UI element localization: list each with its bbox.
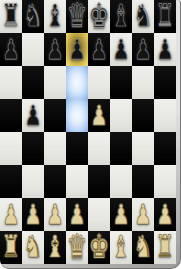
square-e2[interactable]: [88, 198, 110, 231]
piece-white-rook: ♜: [154, 224, 176, 269]
square-b7[interactable]: [22, 33, 44, 66]
square-e4[interactable]: [88, 132, 110, 165]
square-a5[interactable]: [0, 99, 22, 132]
square-a6[interactable]: [0, 66, 22, 99]
square-g8[interactable]: ♞: [132, 0, 154, 33]
square-c4[interactable]: [44, 132, 66, 165]
square-a3[interactable]: [0, 165, 22, 198]
square-e7[interactable]: ♟: [88, 33, 110, 66]
square-f3[interactable]: [110, 165, 132, 198]
square-a8[interactable]: ♜: [0, 0, 22, 33]
piece-white-knight: ♞: [22, 224, 44, 269]
square-h8[interactable]: ♜: [154, 0, 176, 33]
square-e5[interactable]: ♟: [88, 99, 110, 132]
square-d6[interactable]: [66, 66, 88, 99]
square-g6[interactable]: [132, 66, 154, 99]
square-f4[interactable]: [110, 132, 132, 165]
square-f6[interactable]: [110, 66, 132, 99]
chess-board-card: ♜♞♝♛♚♝♞♜♟♟♟♟♟♟♟♟♟♟♟♟♟♟♟♟♜♞♝♛♚♝♞♜: [0, 0, 181, 269]
square-c8[interactable]: ♝: [44, 0, 66, 33]
square-h7[interactable]: ♟: [154, 33, 176, 66]
square-h2[interactable]: ♟: [154, 198, 176, 231]
square-c3[interactable]: [44, 165, 66, 198]
square-h1[interactable]: ♜: [154, 231, 176, 264]
square-g1[interactable]: ♞: [132, 231, 154, 264]
square-g5[interactable]: [132, 99, 154, 132]
square-b3[interactable]: [22, 165, 44, 198]
square-c2[interactable]: ♟: [44, 198, 66, 231]
square-g4[interactable]: [132, 132, 154, 165]
square-d7[interactable]: ♟: [66, 33, 88, 66]
square-b4[interactable]: [22, 132, 44, 165]
square-c1[interactable]: ♝: [44, 231, 66, 264]
square-h4[interactable]: [154, 132, 176, 165]
square-c5[interactable]: [44, 99, 66, 132]
square-a1[interactable]: ♜: [0, 231, 22, 264]
square-a2[interactable]: ♟: [0, 198, 22, 231]
square-h6[interactable]: [154, 66, 176, 99]
square-b8[interactable]: ♞: [22, 0, 44, 33]
piece-white-bishop: ♝: [44, 224, 66, 269]
square-d4[interactable]: [66, 132, 88, 165]
square-h3[interactable]: [154, 165, 176, 198]
square-e3[interactable]: [88, 165, 110, 198]
square-b5[interactable]: ♟: [22, 99, 44, 132]
square-d2[interactable]: ♟: [66, 198, 88, 231]
square-h5[interactable]: [154, 99, 176, 132]
square-a4[interactable]: [0, 132, 22, 165]
square-e8[interactable]: ♚: [88, 0, 110, 33]
square-g7[interactable]: ♟: [132, 33, 154, 66]
square-b1[interactable]: ♞: [22, 231, 44, 264]
square-d3[interactable]: [66, 165, 88, 198]
square-d8[interactable]: ♛: [66, 0, 88, 33]
square-c6[interactable]: [44, 66, 66, 99]
square-g2[interactable]: ♟: [132, 198, 154, 231]
piece-white-queen: ♛: [66, 224, 88, 269]
piece-white-king: ♚: [88, 224, 110, 269]
piece-white-rook: ♜: [0, 224, 22, 269]
square-f5[interactable]: [110, 99, 132, 132]
square-c7[interactable]: ♟: [44, 33, 66, 66]
square-f1[interactable]: ♝: [110, 231, 132, 264]
square-f8[interactable]: ♝: [110, 0, 132, 33]
piece-white-bishop: ♝: [110, 224, 132, 269]
square-e6[interactable]: [88, 66, 110, 99]
square-f2[interactable]: ♟: [110, 198, 132, 231]
square-g3[interactable]: [132, 165, 154, 198]
square-d5[interactable]: [66, 99, 88, 132]
square-d1[interactable]: ♛: [66, 231, 88, 264]
square-b2[interactable]: ♟: [22, 198, 44, 231]
square-a7[interactable]: ♟: [0, 33, 22, 66]
piece-white-knight: ♞: [132, 224, 154, 269]
square-f7[interactable]: ♟: [110, 33, 132, 66]
chess-board: ♜♞♝♛♚♝♞♜♟♟♟♟♟♟♟♟♟♟♟♟♟♟♟♟♜♞♝♛♚♝♞♜: [0, 0, 176, 264]
square-b6[interactable]: [22, 66, 44, 99]
square-e1[interactable]: ♚: [88, 231, 110, 264]
